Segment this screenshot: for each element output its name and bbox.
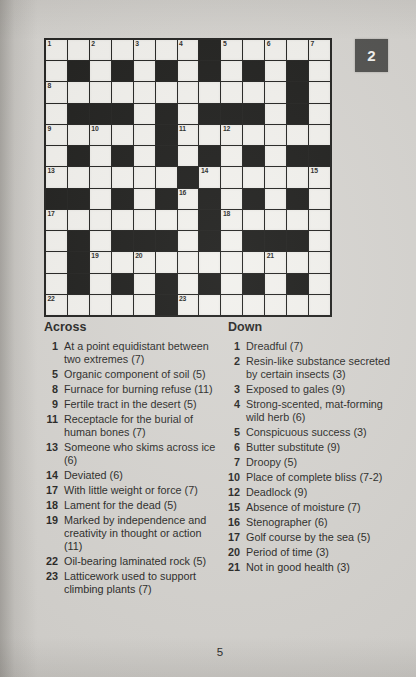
grid-cell-black: [287, 231, 308, 251]
grid-cell-black: [199, 274, 220, 294]
grid-cell-black: [199, 210, 220, 230]
clue-item-text: Marked by independence and creativity in…: [64, 514, 228, 553]
clue-item-number: 9: [44, 398, 64, 411]
clue-item-text: Butter substitute (9): [246, 441, 392, 454]
grid-cell-black: [287, 274, 308, 294]
grid-cell-black: [68, 189, 89, 209]
clue-number: 23: [179, 295, 186, 303]
grid-cell-black: [68, 61, 89, 81]
grid-cell[interactable]: [134, 167, 155, 187]
grid-cell-black: [287, 146, 308, 166]
clue-number: 17: [48, 210, 55, 218]
grid-cell-black: [112, 189, 133, 209]
clue-item-text: Exposed to gales (9): [246, 383, 392, 396]
grid-cell[interactable]: [309, 125, 330, 145]
grid-cell[interactable]: [46, 146, 67, 166]
grid-cell[interactable]: [68, 40, 89, 60]
grid-cell[interactable]: [243, 40, 264, 60]
grid-cell[interactable]: [243, 167, 264, 187]
grid-cell[interactable]: [309, 82, 330, 102]
across-clue-item: 14Deviated (6): [44, 469, 228, 482]
grid-cell[interactable]: 10: [90, 125, 111, 145]
grid-cell[interactable]: [90, 82, 111, 102]
grid-cell-black: [68, 274, 89, 294]
grid-cell[interactable]: 17: [46, 210, 67, 230]
grid-cell[interactable]: [178, 210, 199, 230]
grid-cell[interactable]: [46, 274, 67, 294]
grid-cell-black: [112, 274, 133, 294]
clue-item-number: 18: [44, 499, 64, 512]
clue-item-text: Furnace for burning refuse (11): [64, 383, 228, 396]
clue-item-text: Stenographer (6): [246, 516, 392, 529]
grid-cell[interactable]: [134, 61, 155, 81]
grid-cell[interactable]: [309, 210, 330, 230]
grid-cell-black: [112, 104, 133, 124]
clue-item-text: Organic component of soil (5): [64, 368, 228, 381]
grid-cell[interactable]: [112, 295, 133, 315]
clue-item-text: Deadlock (9): [246, 486, 392, 499]
across-clue-item: 11Receptacle for the burial of human bon…: [44, 413, 228, 439]
clue-number: 2: [91, 40, 95, 48]
down-clue-item: 1Dreadful (7): [228, 340, 392, 353]
clue-item-number: 20: [228, 546, 246, 559]
grid-cell[interactable]: [178, 274, 199, 294]
clue-number: 19: [91, 252, 98, 260]
clue-number: 15: [311, 167, 318, 175]
grid-cell[interactable]: [156, 167, 177, 187]
clue-item-text: Oil-bearing laminated rock (5): [64, 555, 228, 568]
down-clue-item: 21Not in good health (3): [228, 561, 392, 574]
clue-item-number: 5: [228, 426, 246, 439]
grid-cell[interactable]: [221, 61, 242, 81]
grid-cell-black: [221, 104, 242, 124]
grid-cell[interactable]: [287, 125, 308, 145]
clue-item-text: Golf course by the sea (5): [246, 531, 392, 544]
across-clue-item: 17With little weight or force (7): [44, 484, 228, 497]
across-clue-item: 13Someone who skims across ice (6): [44, 441, 228, 467]
grid-cell[interactable]: 14: [199, 167, 220, 187]
clue-number: 13: [48, 167, 55, 175]
down-clue-item: 20Period of time (3): [228, 546, 392, 559]
grid-cell-black: [287, 189, 308, 209]
grid-cell[interactable]: [178, 104, 199, 124]
grid-cell-black: [46, 189, 67, 209]
grid-cell-black: [112, 61, 133, 81]
down-clue-item: 17Golf course by the sea (5): [228, 531, 392, 544]
grid-cell[interactable]: [221, 274, 242, 294]
grid-cell[interactable]: [243, 125, 264, 145]
across-clue-item: 22Oil-bearing laminated rock (5): [44, 555, 228, 568]
grid-cell[interactable]: [90, 210, 111, 230]
grid-cell-black: [90, 104, 111, 124]
grid-cell[interactable]: [309, 231, 330, 251]
grid-cell[interactable]: [46, 61, 67, 81]
clue-item-number: 4: [228, 398, 246, 424]
grid-cell[interactable]: 16: [178, 189, 199, 209]
grid-cell[interactable]: [221, 252, 242, 272]
page-number: 5: [24, 646, 416, 658]
clue-number: 6: [267, 40, 271, 48]
grid-cell[interactable]: [309, 252, 330, 272]
book-page: 2 1234567891011121314151617181920212223 …: [0, 0, 416, 677]
grid-cell-black: [112, 231, 133, 251]
grid-cell-black: [199, 61, 220, 81]
grid-cell[interactable]: [309, 274, 330, 294]
clue-number: 7: [311, 40, 315, 48]
clue-item-number: 11: [44, 413, 64, 439]
grid-cell-black: [309, 146, 330, 166]
grid-cell[interactable]: [221, 231, 242, 251]
grid-cell[interactable]: [112, 82, 133, 102]
grid-cell[interactable]: [265, 61, 286, 81]
grid-cell-black: [156, 104, 177, 124]
grid-cell[interactable]: [112, 40, 133, 60]
grid-cell[interactable]: [265, 274, 286, 294]
grid-cell[interactable]: [90, 167, 111, 187]
grid-cell[interactable]: [243, 210, 264, 230]
grid-cell[interactable]: [68, 167, 89, 187]
grid-cell[interactable]: [90, 274, 111, 294]
grid-cell[interactable]: [221, 82, 242, 102]
grid-cell[interactable]: [309, 295, 330, 315]
grid-cell[interactable]: 22: [46, 295, 67, 315]
grid-cell[interactable]: 5: [221, 40, 242, 60]
clue-item-text: Droopy (5): [246, 456, 392, 469]
grid-cell[interactable]: [134, 104, 155, 124]
grid-cell-black: [243, 189, 264, 209]
grid-cell[interactable]: [265, 146, 286, 166]
clue-item-number: 14: [44, 469, 64, 482]
clue-item-number: 16: [228, 516, 246, 529]
grid-cell[interactable]: [287, 167, 308, 187]
grid-cell-black: [287, 61, 308, 81]
grid-cell[interactable]: [265, 210, 286, 230]
clue-item-text: Someone who skims across ice (6): [64, 441, 228, 467]
clue-item-number: 7: [228, 456, 246, 469]
clue-number: 16: [179, 189, 186, 197]
grid-cell[interactable]: [221, 189, 242, 209]
clue-number: 5: [223, 40, 227, 48]
clue-item-text: Receptacle for the burial of human bones…: [64, 413, 228, 439]
grid-cell[interactable]: 7: [309, 40, 330, 60]
clue-item-text: Strong-scented, mat-forming wild herb (6…: [246, 398, 392, 424]
grid-cell[interactable]: [156, 252, 177, 272]
across-clue-item: 19Marked by independence and creativity …: [44, 514, 228, 553]
grid-cell-black: [199, 189, 220, 209]
grid-cell[interactable]: [287, 295, 308, 315]
grid-cell[interactable]: 21: [265, 252, 286, 272]
down-clue-item: 3Exposed to gales (9): [228, 383, 392, 396]
across-clue-item: 18Lament for the dead (5): [44, 499, 228, 512]
grid-cell[interactable]: [46, 104, 67, 124]
grid-cell[interactable]: 2: [90, 40, 111, 60]
clue-item-text: Fertile tract in the desert (5): [64, 398, 228, 411]
clue-item-number: 2: [228, 355, 246, 381]
down-clue-item: 15Absence of moisture (7): [228, 501, 392, 514]
grid-cell[interactable]: [112, 167, 133, 187]
clue-item-text: Deviated (6): [64, 469, 228, 482]
clue-item-number: 17: [44, 484, 64, 497]
grid-cell[interactable]: [287, 40, 308, 60]
clue-number: 21: [267, 252, 274, 260]
grid-cell[interactable]: 6: [265, 40, 286, 60]
down-clue-item: 5Conspicuous success (3): [228, 426, 392, 439]
down-clue-item: 4Strong-scented, mat-forming wild herb (…: [228, 398, 392, 424]
grid-cell[interactable]: 19: [90, 252, 111, 272]
grid-cell[interactable]: 8: [46, 82, 67, 102]
puzzle-number-badge: 2: [355, 39, 388, 72]
clue-item-number: 23: [44, 570, 64, 596]
grid-cell[interactable]: [68, 295, 89, 315]
clue-item-text: Period of time (3): [246, 546, 392, 559]
grid-cell-black: [199, 146, 220, 166]
down-clue-item: 16Stenographer (6): [228, 516, 392, 529]
grid-cell[interactable]: 13: [46, 167, 67, 187]
grid-cell[interactable]: [309, 61, 330, 81]
across-clue-item: 23Latticework used to support climbing p…: [44, 570, 228, 596]
clue-item-number: 1: [44, 340, 64, 366]
grid-cell[interactable]: [156, 82, 177, 102]
grid-cell[interactable]: [199, 82, 220, 102]
grid-cell[interactable]: 1: [46, 40, 67, 60]
grid-cell[interactable]: [265, 104, 286, 124]
across-clue-item: 9Fertile tract in the desert (5): [44, 398, 228, 411]
clue-item-number: 3: [228, 383, 246, 396]
grid-cell-black: [199, 40, 220, 60]
down-clue-item: 10Place of complete bliss (7-2): [228, 471, 392, 484]
grid-cell[interactable]: [287, 210, 308, 230]
grid-cell-black: [199, 231, 220, 251]
grid-cell[interactable]: [309, 104, 330, 124]
down-clue-item: 6Butter substitute (9): [228, 441, 392, 454]
grid-cell[interactable]: [68, 210, 89, 230]
grid-cell[interactable]: [178, 82, 199, 102]
clue-item-text: At a point equidistant between two extre…: [64, 340, 228, 366]
grid-cell[interactable]: [68, 125, 89, 145]
down-clue-item: 7Droopy (5): [228, 456, 392, 469]
grid-cell[interactable]: [90, 61, 111, 81]
grid-cell[interactable]: [68, 82, 89, 102]
grid-cell-black: [287, 104, 308, 124]
clue-item-number: 21: [228, 561, 246, 574]
grid-cell[interactable]: [46, 252, 67, 272]
clue-item-number: 8: [44, 383, 64, 396]
clue-item-number: 19: [44, 514, 64, 553]
clue-number: 11: [179, 125, 186, 133]
clue-number: 9: [48, 125, 52, 133]
grid-cell[interactable]: 23: [178, 295, 199, 315]
grid-cell[interactable]: [112, 210, 133, 230]
grid-cell[interactable]: 15: [309, 167, 330, 187]
clue-item-number: 12: [228, 486, 246, 499]
down-clue-item: 2Resin-like substance secreted by certai…: [228, 355, 392, 381]
grid-cell-black: [156, 189, 177, 209]
grid-cell[interactable]: [134, 210, 155, 230]
grid-cell[interactable]: [90, 189, 111, 209]
grid-cell[interactable]: [134, 125, 155, 145]
clue-number: 18: [223, 210, 230, 218]
grid-cell[interactable]: [265, 189, 286, 209]
grid-cell-black: [156, 61, 177, 81]
clue-number: 1: [48, 40, 52, 48]
grid-cell[interactable]: [221, 295, 242, 315]
grid-cell[interactable]: [199, 295, 220, 315]
grid-cell-black: [243, 61, 264, 81]
grid-cell[interactable]: [178, 61, 199, 81]
grid-cell[interactable]: [265, 125, 286, 145]
clue-item-text: Absence of moisture (7): [246, 501, 392, 514]
grid-cell[interactable]: [134, 189, 155, 209]
clue-item-number: 5: [44, 368, 64, 381]
clue-item-number: 22: [44, 555, 64, 568]
grid-cell[interactable]: [178, 146, 199, 166]
grid-cell[interactable]: [287, 252, 308, 272]
grid-cell-black: [156, 231, 177, 251]
grid-cell-black: [68, 231, 89, 251]
across-clue-item: 1At a point equidistant between two extr…: [44, 340, 228, 366]
grid-cell[interactable]: [112, 125, 133, 145]
across-section: Across 1At a point equidistant between t…: [44, 320, 228, 598]
grid-cell[interactable]: [134, 146, 155, 166]
grid-cell-black: [243, 146, 264, 166]
grid-cell[interactable]: [90, 146, 111, 166]
grid-cell[interactable]: [309, 189, 330, 209]
grid-cell[interactable]: 12: [221, 125, 242, 145]
grid-cell[interactable]: [243, 252, 264, 272]
grid-cell[interactable]: 3: [134, 40, 155, 60]
grid-cell[interactable]: [265, 167, 286, 187]
grid-cell-black: [243, 231, 264, 251]
grid-cell[interactable]: [46, 231, 67, 251]
grid-cell[interactable]: 4: [178, 40, 199, 60]
grid-cell-black: [243, 104, 264, 124]
across-clue-item: 8Furnace for burning refuse (11): [44, 383, 228, 396]
grid-cell[interactable]: [134, 295, 155, 315]
clue-number: 12: [223, 125, 230, 133]
grid-cell[interactable]: [265, 82, 286, 102]
grid-cell-black: [243, 274, 264, 294]
grid-cell[interactable]: [134, 82, 155, 102]
grid-cell[interactable]: [243, 295, 264, 315]
grid-cell-black: [134, 231, 155, 251]
grid-cell[interactable]: [90, 231, 111, 251]
grid-cell-black: [68, 104, 89, 124]
clue-item-text: With little weight or force (7): [64, 484, 228, 497]
across-clue-list: 1At a point equidistant between two extr…: [44, 340, 228, 596]
down-heading: Down: [228, 320, 392, 334]
grid-cell[interactable]: 20: [134, 252, 155, 272]
grid-cell-black: [156, 125, 177, 145]
clue-number: 22: [48, 295, 55, 303]
grid-cell[interactable]: 9: [46, 125, 67, 145]
grid-cell[interactable]: [90, 295, 111, 315]
clue-item-text: Dreadful (7): [246, 340, 392, 353]
grid-cell[interactable]: [178, 231, 199, 251]
clue-number: 10: [91, 125, 98, 133]
grid-cell[interactable]: [156, 40, 177, 60]
grid-cell-black: [199, 104, 220, 124]
grid-cell[interactable]: [134, 274, 155, 294]
down-clue-item: 12Deadlock (9): [228, 486, 392, 499]
clue-number: 8: [48, 82, 52, 90]
grid-cell-black: [68, 146, 89, 166]
grid-cell[interactable]: [199, 125, 220, 145]
grid-cell[interactable]: [243, 82, 264, 102]
grid-cell-black: [265, 231, 286, 251]
grid-cell[interactable]: [199, 252, 220, 272]
grid-cell-black: [287, 82, 308, 102]
clue-item-text: Place of complete bliss (7-2): [246, 471, 392, 484]
grid-cell[interactable]: [265, 295, 286, 315]
grid-cell-black: [156, 274, 177, 294]
clue-number: 4: [179, 40, 183, 48]
clue-item-number: 13: [44, 441, 64, 467]
clue-item-text: Lament for the dead (5): [64, 499, 228, 512]
grid-cell[interactable]: [221, 146, 242, 166]
across-clue-item: 5Organic component of soil (5): [44, 368, 228, 381]
grid-cell-black: [68, 252, 89, 272]
grid-cell[interactable]: 18: [221, 210, 242, 230]
clue-item-number: 6: [228, 441, 246, 454]
clue-item-text: Not in good health (3): [246, 561, 392, 574]
clue-number: 20: [135, 252, 142, 260]
clues-area: Across 1At a point equidistant between t…: [44, 320, 392, 598]
clue-number: 3: [135, 40, 139, 48]
clue-number: 14: [201, 167, 208, 175]
grid-cell-black: [112, 146, 133, 166]
clue-item-text: Conspicuous success (3): [246, 426, 392, 439]
clue-item-text: Latticework used to support climbing pla…: [64, 570, 228, 596]
grid-cell-black: [178, 167, 199, 187]
grid-cell-black: [156, 146, 177, 166]
down-clue-list: 1Dreadful (7)2Resin-like substance secre…: [228, 340, 392, 574]
grid-cell[interactable]: [112, 252, 133, 272]
clue-item-number: 1: [228, 340, 246, 353]
grid-cell-black: [156, 295, 177, 315]
grid-cell[interactable]: [178, 252, 199, 272]
clue-item-number: 10: [228, 471, 246, 484]
grid-cell[interactable]: 11: [178, 125, 199, 145]
down-section: Down 1Dreadful (7)2Resin-like substance …: [228, 320, 392, 576]
grid-cell[interactable]: [156, 210, 177, 230]
crossword-grid: 1234567891011121314151617181920212223: [44, 38, 332, 317]
clue-item-number: 17: [228, 531, 246, 544]
clue-item-text: Resin-like substance secreted by certain…: [246, 355, 392, 381]
across-heading: Across: [44, 320, 228, 334]
grid-cell[interactable]: [221, 167, 242, 187]
clue-item-number: 15: [228, 501, 246, 514]
